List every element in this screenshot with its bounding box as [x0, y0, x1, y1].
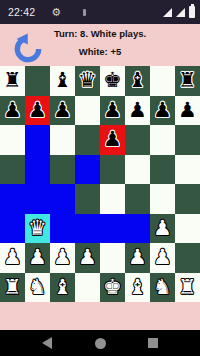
black-pawn-icon: ♟ [53, 100, 72, 121]
square-d7[interactable] [75, 96, 100, 126]
square-d5[interactable] [75, 155, 100, 185]
white-pawn-icon: ♟ [3, 247, 22, 268]
square-f5[interactable] [125, 155, 150, 185]
square-a2[interactable]: ♟ [0, 243, 25, 273]
white-rook-icon: ♜ [178, 277, 197, 298]
black-rook-icon: ♜ [178, 70, 197, 91]
square-g8[interactable] [150, 66, 175, 96]
square-h8[interactable]: ♜ [175, 66, 200, 96]
black-bishop-icon: ♝ [128, 70, 147, 91]
square-g4[interactable] [150, 184, 175, 214]
back-button-icon[interactable] [42, 337, 52, 349]
square-c4[interactable] [50, 184, 75, 214]
bottom-spacer [0, 302, 200, 330]
square-g6[interactable] [150, 125, 175, 155]
square-e2[interactable] [100, 243, 125, 273]
white-pawn-icon: ♟ [28, 247, 47, 268]
square-b5[interactable] [25, 155, 50, 185]
home-button-icon[interactable] [95, 338, 106, 349]
black-pawn-icon: ♟ [128, 100, 147, 121]
black-pawn-icon: ♟ [3, 100, 22, 121]
square-a7[interactable]: ♟ [0, 96, 25, 126]
white-pawn-icon: ♟ [53, 247, 72, 268]
square-c1[interactable]: ♝ [50, 273, 75, 303]
square-e4[interactable] [100, 184, 125, 214]
black-rook-icon: ♜ [3, 70, 22, 91]
square-e5[interactable] [100, 155, 125, 185]
square-e6[interactable]: ♟ [100, 125, 125, 155]
square-h6[interactable] [175, 125, 200, 155]
square-h2[interactable] [175, 243, 200, 273]
black-pawn-icon: ♟ [103, 100, 122, 121]
square-a5[interactable] [0, 155, 25, 185]
square-f1[interactable]: ♝ [125, 273, 150, 303]
square-e7[interactable]: ♟ [100, 96, 125, 126]
black-pawn-icon: ♟ [153, 100, 172, 121]
square-a4[interactable] [0, 184, 25, 214]
white-queen-icon: ♛ [28, 218, 47, 239]
white-pawn-icon: ♟ [153, 218, 172, 239]
square-h5[interactable] [175, 155, 200, 185]
square-f7[interactable]: ♟ [125, 96, 150, 126]
square-h3[interactable] [175, 214, 200, 244]
square-b3[interactable]: ♛ [25, 214, 50, 244]
white-knight-icon: ♞ [28, 277, 47, 298]
square-c8[interactable]: ♝ [50, 66, 75, 96]
black-bishop-icon: ♝ [53, 70, 72, 91]
white-pawn-icon: ♟ [128, 247, 147, 268]
square-h4[interactable] [175, 184, 200, 214]
square-d1[interactable] [75, 273, 100, 303]
square-e3[interactable] [100, 214, 125, 244]
square-h7[interactable]: ♟ [175, 96, 200, 126]
white-pawn-icon: ♟ [153, 247, 172, 268]
square-b6[interactable] [25, 125, 50, 155]
square-h1[interactable]: ♜ [175, 273, 200, 303]
white-king-icon: ♚ [103, 277, 122, 298]
square-e8[interactable]: ♚ [100, 66, 125, 96]
game-header: Turn: 8. White plays. White: +5 [0, 24, 200, 66]
android-nav-bar [0, 330, 200, 356]
black-pawn-icon: ♟ [28, 100, 47, 121]
square-d4[interactable] [75, 184, 100, 214]
square-d8[interactable]: ♛ [75, 66, 100, 96]
black-king-icon: ♚ [103, 70, 122, 91]
square-f4[interactable] [125, 184, 150, 214]
square-c5[interactable] [50, 155, 75, 185]
square-b1[interactable]: ♞ [25, 273, 50, 303]
square-f8[interactable]: ♝ [125, 66, 150, 96]
square-b7[interactable]: ♟ [25, 96, 50, 126]
square-g2[interactable]: ♟ [150, 243, 175, 273]
white-pawn-icon: ♟ [78, 247, 97, 268]
square-g1[interactable]: ♞ [150, 273, 175, 303]
square-c2[interactable]: ♟ [50, 243, 75, 273]
square-c6[interactable] [50, 125, 75, 155]
black-pawn-icon: ♟ [103, 129, 122, 150]
wifi-icon [163, 8, 172, 17]
status-bar: 22:42 ⚙ [0, 0, 200, 24]
status-icons [163, 6, 195, 18]
white-bishop-icon: ♝ [128, 277, 147, 298]
square-d6[interactable] [75, 125, 100, 155]
square-b2[interactable]: ♟ [25, 243, 50, 273]
status-clock: 22:42 [8, 6, 35, 18]
square-f2[interactable]: ♟ [125, 243, 150, 273]
white-bishop-icon: ♝ [53, 277, 72, 298]
chess-board: ♜♝♛♚♝♜♟♟♟♟♟♟♟♟♛♟♟♟♟♟♟♟♜♞♝♚♝♞♜ [0, 66, 200, 302]
square-g5[interactable] [150, 155, 175, 185]
square-a8[interactable]: ♜ [0, 66, 25, 96]
black-pawn-icon: ♟ [178, 100, 197, 121]
square-f3[interactable] [125, 214, 150, 244]
square-c7[interactable]: ♟ [50, 96, 75, 126]
signal-icon [176, 8, 185, 17]
square-f6[interactable] [125, 125, 150, 155]
square-c3[interactable] [50, 214, 75, 244]
square-b8[interactable] [25, 66, 50, 96]
recents-button-icon[interactable] [148, 338, 158, 348]
undo-button[interactable] [12, 33, 44, 65]
gear-icon: ⚙ [51, 7, 61, 18]
square-a6[interactable] [0, 125, 25, 155]
square-a3[interactable] [0, 214, 25, 244]
square-g3[interactable]: ♟ [150, 214, 175, 244]
square-d2[interactable]: ♟ [75, 243, 100, 273]
square-a1[interactable]: ♜ [0, 273, 25, 303]
white-knight-icon: ♞ [153, 277, 172, 298]
square-b4[interactable] [25, 184, 50, 214]
notification-icon [83, 9, 86, 16]
black-queen-icon: ♛ [78, 70, 97, 91]
square-d3[interactable] [75, 214, 100, 244]
white-rook-icon: ♜ [3, 277, 22, 298]
square-g7[interactable]: ♟ [150, 96, 175, 126]
battery-icon [189, 6, 195, 18]
app-screen: 22:42 ⚙ Turn: 8. White plays. White: +5 … [0, 0, 200, 356]
square-e1[interactable]: ♚ [100, 273, 125, 303]
